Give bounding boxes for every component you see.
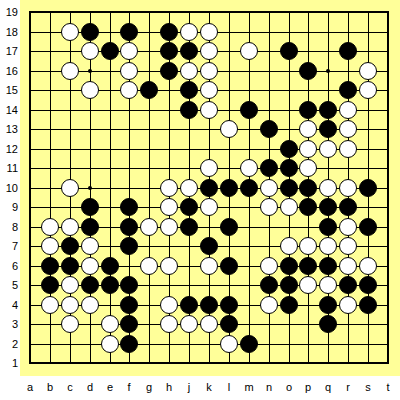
stone-black-f7 bbox=[120, 237, 138, 255]
stone-white-k15 bbox=[200, 81, 218, 99]
stone-black-m10 bbox=[240, 179, 258, 197]
stone-black-q4 bbox=[319, 296, 337, 314]
stone-black-h17 bbox=[160, 42, 178, 60]
stone-black-e5 bbox=[101, 276, 119, 294]
stone-black-s4 bbox=[359, 296, 377, 314]
row-label-16: 16 bbox=[2, 65, 18, 77]
stone-black-j9 bbox=[180, 198, 198, 216]
stone-white-d7 bbox=[81, 237, 99, 255]
stone-white-b8 bbox=[41, 218, 59, 236]
stone-white-c10 bbox=[61, 179, 79, 197]
stone-white-k18 bbox=[200, 23, 218, 41]
stone-white-n10 bbox=[260, 179, 278, 197]
stone-black-d18 bbox=[81, 23, 99, 41]
stone-black-d9 bbox=[81, 198, 99, 216]
row-label-1: 1 bbox=[2, 357, 18, 369]
col-label-b: b bbox=[43, 381, 57, 393]
stone-black-q3 bbox=[319, 315, 337, 333]
stone-black-s10 bbox=[359, 179, 377, 197]
row-label-17: 17 bbox=[2, 45, 18, 57]
stone-black-q13 bbox=[319, 120, 337, 138]
col-label-e: e bbox=[103, 381, 117, 393]
stone-black-g15 bbox=[140, 81, 158, 99]
star-point-d16 bbox=[88, 69, 92, 73]
stone-black-k7 bbox=[200, 237, 218, 255]
stone-black-p14 bbox=[299, 101, 317, 119]
row-label-3: 3 bbox=[2, 318, 18, 330]
stone-white-j10 bbox=[180, 179, 198, 197]
stone-white-c18 bbox=[61, 23, 79, 41]
stone-black-l6 bbox=[220, 257, 238, 275]
stone-white-m11 bbox=[240, 159, 258, 177]
stone-black-e6 bbox=[101, 257, 119, 275]
stone-black-f2 bbox=[120, 335, 138, 353]
col-label-c: c bbox=[63, 381, 77, 393]
stone-black-j15 bbox=[180, 81, 198, 99]
stone-white-d4 bbox=[81, 296, 99, 314]
row-label-14: 14 bbox=[2, 104, 18, 116]
col-label-g: g bbox=[142, 381, 156, 393]
col-label-t: t bbox=[381, 381, 395, 393]
stone-black-m14 bbox=[240, 101, 258, 119]
row-label-12: 12 bbox=[2, 143, 18, 155]
stone-white-h3 bbox=[160, 315, 178, 333]
stone-black-f9 bbox=[120, 198, 138, 216]
stone-black-n11 bbox=[260, 159, 278, 177]
row-label-18: 18 bbox=[2, 26, 18, 38]
stone-white-m17 bbox=[240, 42, 258, 60]
stone-white-e3 bbox=[101, 315, 119, 333]
col-label-k: k bbox=[202, 381, 216, 393]
stone-white-c3 bbox=[61, 315, 79, 333]
col-label-p: p bbox=[301, 381, 315, 393]
stone-white-r13 bbox=[339, 120, 357, 138]
stone-white-b7 bbox=[41, 237, 59, 255]
col-label-h: h bbox=[162, 381, 176, 393]
stone-black-d8 bbox=[81, 218, 99, 236]
stone-white-l2 bbox=[220, 335, 238, 353]
stone-white-f17 bbox=[120, 42, 138, 60]
stone-white-p5 bbox=[299, 276, 317, 294]
stone-white-s6 bbox=[359, 257, 377, 275]
stone-white-f15 bbox=[120, 81, 138, 99]
stone-black-n5 bbox=[260, 276, 278, 294]
stone-white-s15 bbox=[359, 81, 377, 99]
stone-black-l10 bbox=[220, 179, 238, 197]
grid-line-vertical bbox=[387, 11, 389, 364]
stone-white-p12 bbox=[299, 140, 317, 158]
stone-white-h4 bbox=[160, 296, 178, 314]
stone-black-q6 bbox=[319, 257, 337, 275]
col-label-d: d bbox=[83, 381, 97, 393]
stone-black-r17 bbox=[339, 42, 357, 60]
stone-white-c4 bbox=[61, 296, 79, 314]
stone-white-d17 bbox=[81, 42, 99, 60]
row-label-13: 13 bbox=[2, 123, 18, 135]
stone-white-p7 bbox=[299, 237, 317, 255]
stone-white-r8 bbox=[339, 218, 357, 236]
stone-black-j17 bbox=[180, 42, 198, 60]
star-point-d10 bbox=[88, 186, 92, 190]
stone-white-j3 bbox=[180, 315, 198, 333]
stone-black-s8 bbox=[359, 218, 377, 236]
go-board-page: 19181716151413121110987654321abcdefghjkl… bbox=[0, 0, 400, 400]
stone-black-q9 bbox=[319, 198, 337, 216]
row-label-9: 9 bbox=[2, 201, 18, 213]
stone-black-o12 bbox=[280, 140, 298, 158]
row-label-6: 6 bbox=[2, 260, 18, 272]
row-label-2: 2 bbox=[2, 338, 18, 350]
stone-white-q10 bbox=[319, 179, 337, 197]
stone-black-r5 bbox=[339, 276, 357, 294]
row-label-4: 4 bbox=[2, 299, 18, 311]
stone-black-r15 bbox=[339, 81, 357, 99]
col-label-a: a bbox=[23, 381, 37, 393]
stone-black-k4 bbox=[200, 296, 218, 314]
stone-black-b6 bbox=[41, 257, 59, 275]
col-label-n: n bbox=[262, 381, 276, 393]
stone-white-e2 bbox=[101, 335, 119, 353]
stone-white-k17 bbox=[200, 42, 218, 60]
row-label-19: 19 bbox=[2, 6, 18, 18]
row-label-7: 7 bbox=[2, 240, 18, 252]
stone-black-e17 bbox=[101, 42, 119, 60]
stone-white-k14 bbox=[200, 101, 218, 119]
stone-white-c8 bbox=[61, 218, 79, 236]
stone-white-k11 bbox=[200, 159, 218, 177]
stone-white-q12 bbox=[319, 140, 337, 158]
stone-white-q7 bbox=[319, 237, 337, 255]
stone-white-c5 bbox=[61, 276, 79, 294]
stone-black-o5 bbox=[280, 276, 298, 294]
stone-white-b4 bbox=[41, 296, 59, 314]
stone-white-d6 bbox=[81, 257, 99, 275]
stone-black-q14 bbox=[319, 101, 337, 119]
stone-black-b5 bbox=[41, 276, 59, 294]
stone-black-s5 bbox=[359, 276, 377, 294]
stone-black-o6 bbox=[280, 257, 298, 275]
stone-black-o11 bbox=[280, 159, 298, 177]
stone-black-q8 bbox=[319, 218, 337, 236]
col-label-m: m bbox=[242, 381, 256, 393]
stone-black-f3 bbox=[120, 315, 138, 333]
stone-white-r14 bbox=[339, 101, 357, 119]
stone-black-l3 bbox=[220, 315, 238, 333]
stone-white-n4 bbox=[260, 296, 278, 314]
stone-white-k9 bbox=[200, 198, 218, 216]
col-label-f: f bbox=[122, 381, 136, 393]
star-point-q16 bbox=[326, 69, 330, 73]
stone-black-p10 bbox=[299, 179, 317, 197]
stone-black-j8 bbox=[180, 218, 198, 236]
row-label-8: 8 bbox=[2, 221, 18, 233]
stone-black-f4 bbox=[120, 296, 138, 314]
stone-black-h16 bbox=[160, 62, 178, 80]
stone-black-o4 bbox=[280, 296, 298, 314]
grid-line-horizontal bbox=[29, 344, 389, 345]
stone-white-h6 bbox=[160, 257, 178, 275]
stone-white-r4 bbox=[339, 296, 357, 314]
stone-black-c7 bbox=[61, 237, 79, 255]
stone-white-g6 bbox=[140, 257, 158, 275]
stone-white-q5 bbox=[319, 276, 337, 294]
row-label-5: 5 bbox=[2, 279, 18, 291]
row-label-11: 11 bbox=[2, 162, 18, 174]
row-label-10: 10 bbox=[2, 182, 18, 194]
stone-white-j18 bbox=[180, 23, 198, 41]
stone-white-k16 bbox=[200, 62, 218, 80]
stone-white-g8 bbox=[140, 218, 158, 236]
stone-white-f16 bbox=[120, 62, 138, 80]
stone-black-o17 bbox=[280, 42, 298, 60]
stone-white-l13 bbox=[220, 120, 238, 138]
stone-white-n9 bbox=[260, 198, 278, 216]
stone-white-r7 bbox=[339, 237, 357, 255]
stone-black-f5 bbox=[120, 276, 138, 294]
stone-white-p13 bbox=[299, 120, 317, 138]
stone-white-j16 bbox=[180, 62, 198, 80]
grid-line-horizontal bbox=[29, 362, 389, 364]
stone-black-f8 bbox=[120, 218, 138, 236]
stone-black-k10 bbox=[200, 179, 218, 197]
stone-white-p11 bbox=[299, 159, 317, 177]
col-label-l: l bbox=[222, 381, 236, 393]
col-label-o: o bbox=[282, 381, 296, 393]
stone-black-n13 bbox=[260, 120, 278, 138]
stone-white-k6 bbox=[200, 257, 218, 275]
stone-black-p16 bbox=[299, 62, 317, 80]
stone-white-d15 bbox=[81, 81, 99, 99]
stone-white-o7 bbox=[280, 237, 298, 255]
stone-white-n6 bbox=[260, 257, 278, 275]
stone-black-l8 bbox=[220, 218, 238, 236]
stone-black-p6 bbox=[299, 257, 317, 275]
stone-white-h10 bbox=[160, 179, 178, 197]
stone-white-s16 bbox=[359, 62, 377, 80]
stone-white-r12 bbox=[339, 140, 357, 158]
row-label-15: 15 bbox=[2, 84, 18, 96]
stone-black-l4 bbox=[220, 296, 238, 314]
stone-white-r10 bbox=[339, 179, 357, 197]
stone-white-k3 bbox=[200, 315, 218, 333]
stone-black-p9 bbox=[299, 198, 317, 216]
stone-black-c6 bbox=[61, 257, 79, 275]
stone-white-r6 bbox=[339, 257, 357, 275]
stone-black-h18 bbox=[160, 23, 178, 41]
col-label-q: q bbox=[321, 381, 335, 393]
col-label-s: s bbox=[361, 381, 375, 393]
stone-black-m2 bbox=[240, 335, 258, 353]
stone-black-j14 bbox=[180, 101, 198, 119]
stone-white-h9 bbox=[160, 198, 178, 216]
col-label-j: j bbox=[182, 381, 196, 393]
stone-black-r9 bbox=[339, 198, 357, 216]
col-label-r: r bbox=[341, 381, 355, 393]
stone-black-j4 bbox=[180, 296, 198, 314]
stone-black-o10 bbox=[280, 179, 298, 197]
stone-black-d5 bbox=[81, 276, 99, 294]
stone-white-h8 bbox=[160, 218, 178, 236]
stone-white-c16 bbox=[61, 62, 79, 80]
stone-white-o9 bbox=[280, 198, 298, 216]
stone-black-f18 bbox=[120, 23, 138, 41]
